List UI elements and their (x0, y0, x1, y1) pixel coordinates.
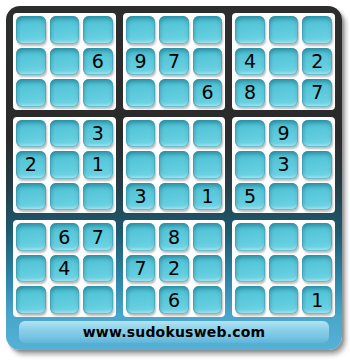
cell-r7c8[interactable] (269, 223, 299, 251)
cell-r5c7[interactable] (235, 151, 265, 179)
cell-r3c3[interactable] (83, 79, 113, 107)
cell-r2c2[interactable] (50, 48, 80, 76)
cell-r8c5[interactable]: 2 (159, 255, 189, 283)
cell-r4c3[interactable]: 3 (83, 120, 113, 148)
cell-r7c3[interactable]: 7 (83, 223, 113, 251)
cell-r9c8[interactable] (269, 286, 299, 314)
cell-r8c8[interactable] (269, 255, 299, 283)
cell-r8c9[interactable] (302, 255, 332, 283)
cell-r6c7[interactable]: 5 (235, 183, 265, 211)
cell-r2c7[interactable]: 4 (235, 48, 265, 76)
cell-r5c5[interactable] (159, 151, 189, 179)
cell-r4c2[interactable] (50, 120, 80, 148)
cell-r4c4[interactable] (126, 120, 156, 148)
cell-r3c4[interactable] (126, 79, 156, 107)
cell-r2c1[interactable] (16, 48, 46, 76)
cell-r6c4[interactable]: 3 (126, 183, 156, 211)
cell-r2c5[interactable]: 7 (159, 48, 189, 76)
cell-r4c8[interactable]: 9 (269, 120, 299, 148)
cell-r9c3[interactable] (83, 286, 113, 314)
cell-r4c5[interactable] (159, 120, 189, 148)
cell-r3c6[interactable]: 6 (193, 79, 223, 107)
cell-r1c6[interactable] (193, 16, 223, 44)
cell-r8c3[interactable] (83, 255, 113, 283)
cell-r2c4[interactable]: 9 (126, 48, 156, 76)
cell-r2c6[interactable] (193, 48, 223, 76)
cell-r4c1[interactable] (16, 120, 46, 148)
cell-r1c4[interactable] (126, 16, 156, 44)
cell-r9c1[interactable] (16, 286, 46, 314)
cell-r9c5[interactable]: 6 (159, 286, 189, 314)
footer-band: www.sudokusweb.com (19, 321, 329, 343)
box-6: 935 (232, 117, 335, 214)
box-2: 976 (123, 13, 226, 110)
cell-r4c9[interactable] (302, 120, 332, 148)
cell-r6c3[interactable] (83, 183, 113, 211)
cell-r5c3[interactable]: 1 (83, 151, 113, 179)
cell-r8c1[interactable] (16, 255, 46, 283)
box-5: 31 (123, 117, 226, 214)
cell-r2c9[interactable]: 2 (302, 48, 332, 76)
box-4: 321 (13, 117, 116, 214)
cell-r6c6[interactable]: 1 (193, 183, 223, 211)
cell-r9c2[interactable] (50, 286, 80, 314)
cell-r6c5[interactable] (159, 183, 189, 211)
cell-r1c8[interactable] (269, 16, 299, 44)
cell-r9c7[interactable] (235, 286, 265, 314)
cell-r3c5[interactable] (159, 79, 189, 107)
cell-r4c6[interactable] (193, 120, 223, 148)
cell-r2c8[interactable] (269, 48, 299, 76)
cell-r5c8[interactable]: 3 (269, 151, 299, 179)
box-1: 6 (13, 13, 116, 110)
box-9: 1 (232, 220, 335, 317)
sudoku-board: 6 976 4287 321 31 935 674 8726 1 (13, 13, 335, 317)
box-3: 4287 (232, 13, 335, 110)
cell-r7c9[interactable] (302, 223, 332, 251)
cell-r9c6[interactable] (193, 286, 223, 314)
cell-r9c4[interactable] (126, 286, 156, 314)
cell-r6c8[interactable] (269, 183, 299, 211)
cell-r5c1[interactable]: 2 (16, 151, 46, 179)
cell-r5c6[interactable] (193, 151, 223, 179)
cell-r7c5[interactable]: 8 (159, 223, 189, 251)
cell-r8c4[interactable]: 7 (126, 255, 156, 283)
box-8: 8726 (123, 220, 226, 317)
cell-r6c1[interactable] (16, 183, 46, 211)
site-url[interactable]: www.sudokusweb.com (83, 324, 266, 340)
cell-r8c2[interactable]: 4 (50, 255, 80, 283)
cell-r1c7[interactable] (235, 16, 265, 44)
cell-r9c9[interactable]: 1 (302, 286, 332, 314)
cell-r1c9[interactable] (302, 16, 332, 44)
cell-r1c5[interactable] (159, 16, 189, 44)
cell-r7c4[interactable] (126, 223, 156, 251)
cell-r7c2[interactable]: 6 (50, 223, 80, 251)
cell-r7c6[interactable] (193, 223, 223, 251)
cell-r1c1[interactable] (16, 16, 46, 44)
cell-r5c9[interactable] (302, 151, 332, 179)
cell-r3c7[interactable]: 8 (235, 79, 265, 107)
cell-r7c7[interactable] (235, 223, 265, 251)
cell-r2c3[interactable]: 6 (83, 48, 113, 76)
cell-r3c8[interactable] (269, 79, 299, 107)
cell-r6c9[interactable] (302, 183, 332, 211)
sudoku-frame: 6 976 4287 321 31 935 674 8726 1 www.sud… (6, 6, 342, 350)
cell-r8c6[interactable] (193, 255, 223, 283)
cell-r7c1[interactable] (16, 223, 46, 251)
cell-r3c2[interactable] (50, 79, 80, 107)
cell-r5c4[interactable] (126, 151, 156, 179)
cell-r3c1[interactable] (16, 79, 46, 107)
cell-r1c2[interactable] (50, 16, 80, 44)
cell-r5c2[interactable] (50, 151, 80, 179)
cell-r6c2[interactable] (50, 183, 80, 211)
cell-r1c3[interactable] (83, 16, 113, 44)
cell-r3c9[interactable]: 7 (302, 79, 332, 107)
box-7: 674 (13, 220, 116, 317)
cell-r8c7[interactable] (235, 255, 265, 283)
cell-r4c7[interactable] (235, 120, 265, 148)
